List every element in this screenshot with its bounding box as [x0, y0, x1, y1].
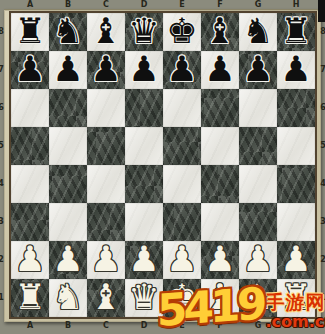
square-h6[interactable]: [277, 89, 315, 127]
square-f3[interactable]: [201, 203, 239, 241]
file-label-bottom-g: G: [239, 321, 277, 331]
file-label-bottom-b: B: [49, 321, 87, 331]
square-h1[interactable]: ♜: [277, 279, 315, 317]
square-a7[interactable]: ♟: [11, 51, 49, 89]
window-corner-notch: [318, 0, 325, 22]
rank-label-right-2: 2: [319, 255, 325, 265]
rank-label-right-6: 6: [319, 103, 325, 113]
file-label-top-b: B: [49, 0, 87, 10]
square-c3[interactable]: [87, 203, 125, 241]
file-label-top-c: C: [87, 0, 125, 10]
rank-label-right-1: 1: [319, 293, 325, 303]
file-label-top-g: G: [239, 0, 277, 10]
rank-label-right-7: 7: [319, 65, 325, 75]
square-f5[interactable]: [201, 127, 239, 165]
black-pawn[interactable]: ♟: [166, 50, 197, 88]
file-label-bottom-d: D: [125, 321, 163, 331]
square-a8[interactable]: ♜: [11, 13, 49, 51]
black-pawn[interactable]: ♟: [90, 50, 121, 88]
rank-label-right-4: 4: [319, 179, 325, 189]
square-f6[interactable]: [201, 89, 239, 127]
square-a4[interactable]: [11, 165, 49, 203]
square-h7[interactable]: ♟: [277, 51, 315, 89]
rank-label-left-4: 4: [0, 179, 5, 189]
square-e6[interactable]: [163, 89, 201, 127]
square-b4[interactable]: [49, 165, 87, 203]
file-label-bottom-a: A: [11, 321, 49, 331]
square-d2[interactable]: ♟: [125, 241, 163, 279]
board: ♜♞♝♛♚♝♞♜♟♟♟♟♟♟♟♟♟♟♟♟♟♟♟♟♜♞♝♛♚♝♞♜: [11, 13, 315, 317]
file-label-top-d: D: [125, 0, 163, 10]
square-d5[interactable]: [125, 127, 163, 165]
square-e8[interactable]: ♚: [163, 13, 201, 51]
square-d7[interactable]: ♟: [125, 51, 163, 89]
square-b6[interactable]: [49, 89, 87, 127]
black-pawn[interactable]: ♟: [14, 50, 45, 88]
square-a5[interactable]: [11, 127, 49, 165]
square-b2[interactable]: ♟: [49, 241, 87, 279]
square-g4[interactable]: [239, 165, 277, 203]
rank-label-left-1: 1: [0, 293, 5, 303]
square-d4[interactable]: [125, 165, 163, 203]
rank-label-left-8: 8: [0, 27, 5, 37]
rank-label-right-8: 8: [319, 27, 325, 37]
square-g6[interactable]: [239, 89, 277, 127]
rank-label-left-6: 6: [0, 103, 5, 113]
square-g8[interactable]: ♞: [239, 13, 277, 51]
white-pawn[interactable]: ♟: [204, 240, 235, 278]
black-queen[interactable]: ♛: [128, 12, 159, 50]
white-pawn[interactable]: ♟: [128, 240, 159, 278]
file-label-bottom-c: C: [87, 321, 125, 331]
file-label-bottom-h: H: [277, 321, 315, 331]
square-a2[interactable]: ♟: [11, 241, 49, 279]
square-e7[interactable]: ♟: [163, 51, 201, 89]
square-e1[interactable]: ♚: [163, 279, 201, 317]
square-f4[interactable]: [201, 165, 239, 203]
square-g1[interactable]: ♞: [239, 279, 277, 317]
square-h2[interactable]: ♟: [277, 241, 315, 279]
black-rook[interactable]: ♜: [14, 12, 45, 50]
rank-label-left-5: 5: [0, 141, 5, 151]
white-pawn[interactable]: ♟: [280, 240, 311, 278]
white-pawn[interactable]: ♟: [242, 240, 273, 278]
square-a6[interactable]: [11, 89, 49, 127]
square-d6[interactable]: [125, 89, 163, 127]
square-c7[interactable]: ♟: [87, 51, 125, 89]
square-g2[interactable]: ♟: [239, 241, 277, 279]
white-bishop[interactable]: ♝: [90, 278, 121, 316]
white-pawn[interactable]: ♟: [166, 240, 197, 278]
square-b7[interactable]: ♟: [49, 51, 87, 89]
white-pawn[interactable]: ♟: [52, 240, 83, 278]
square-g3[interactable]: [239, 203, 277, 241]
square-h4[interactable]: [277, 165, 315, 203]
white-pawn[interactable]: ♟: [90, 240, 121, 278]
black-pawn[interactable]: ♟: [204, 50, 235, 88]
square-c6[interactable]: [87, 89, 125, 127]
square-c1[interactable]: ♝: [87, 279, 125, 317]
white-queen[interactable]: ♛: [128, 278, 159, 316]
square-d1[interactable]: ♛: [125, 279, 163, 317]
square-c4[interactable]: [87, 165, 125, 203]
rank-label-left-3: 3: [0, 217, 5, 227]
square-b5[interactable]: [49, 127, 87, 165]
rank-label-left-2: 2: [0, 255, 5, 265]
file-label-top-h: H: [277, 0, 315, 10]
square-c8[interactable]: ♝: [87, 13, 125, 51]
square-d3[interactable]: [125, 203, 163, 241]
square-g5[interactable]: [239, 127, 277, 165]
square-b8[interactable]: ♞: [49, 13, 87, 51]
black-bishop[interactable]: ♝: [90, 12, 121, 50]
square-f2[interactable]: ♟: [201, 241, 239, 279]
white-pawn[interactable]: ♟: [14, 240, 45, 278]
square-c2[interactable]: ♟: [87, 241, 125, 279]
square-e4[interactable]: [163, 165, 201, 203]
square-a1[interactable]: ♜: [11, 279, 49, 317]
black-king[interactable]: ♚: [166, 12, 197, 50]
black-rook[interactable]: ♜: [280, 12, 311, 50]
square-h8[interactable]: ♜: [277, 13, 315, 51]
square-b3[interactable]: [49, 203, 87, 241]
rank-label-right-5: 5: [319, 141, 325, 151]
white-knight[interactable]: ♞: [52, 278, 83, 316]
square-e3[interactable]: [163, 203, 201, 241]
square-d8[interactable]: ♛: [125, 13, 163, 51]
black-pawn[interactable]: ♟: [280, 50, 311, 88]
file-label-bottom-e: E: [163, 321, 201, 331]
square-a3[interactable]: [11, 203, 49, 241]
square-f1[interactable]: ♝: [201, 279, 239, 317]
square-h3[interactable]: [277, 203, 315, 241]
black-pawn[interactable]: ♟: [242, 50, 273, 88]
square-h5[interactable]: [277, 127, 315, 165]
black-bishop[interactable]: ♝: [204, 12, 235, 50]
square-e2[interactable]: ♟: [163, 241, 201, 279]
black-pawn[interactable]: ♟: [52, 50, 83, 88]
black-knight[interactable]: ♞: [52, 12, 83, 50]
square-b1[interactable]: ♞: [49, 279, 87, 317]
file-label-top-f: F: [201, 0, 239, 10]
black-pawn[interactable]: ♟: [128, 50, 159, 88]
file-label-top-a: A: [11, 0, 49, 10]
square-f7[interactable]: ♟: [201, 51, 239, 89]
square-c5[interactable]: [87, 127, 125, 165]
square-g7[interactable]: ♟: [239, 51, 277, 89]
white-bishop[interactable]: ♝: [204, 278, 235, 316]
file-label-bottom-f: F: [201, 321, 239, 331]
rank-label-left-7: 7: [0, 65, 5, 75]
white-knight[interactable]: ♞: [242, 278, 273, 316]
chess-app-window: ♜♞♝♛♚♝♞♜♟♟♟♟♟♟♟♟♟♟♟♟♟♟♟♟♜♞♝♛♚♝♞♜ AABBCCD…: [0, 0, 325, 334]
white-rook[interactable]: ♜: [14, 278, 45, 316]
square-f8[interactable]: ♝: [201, 13, 239, 51]
square-e5[interactable]: [163, 127, 201, 165]
white-king[interactable]: ♚: [166, 278, 197, 316]
black-knight[interactable]: ♞: [242, 12, 273, 50]
white-rook[interactable]: ♜: [280, 278, 311, 316]
file-label-top-e: E: [163, 0, 201, 10]
rank-label-right-3: 3: [319, 217, 325, 227]
